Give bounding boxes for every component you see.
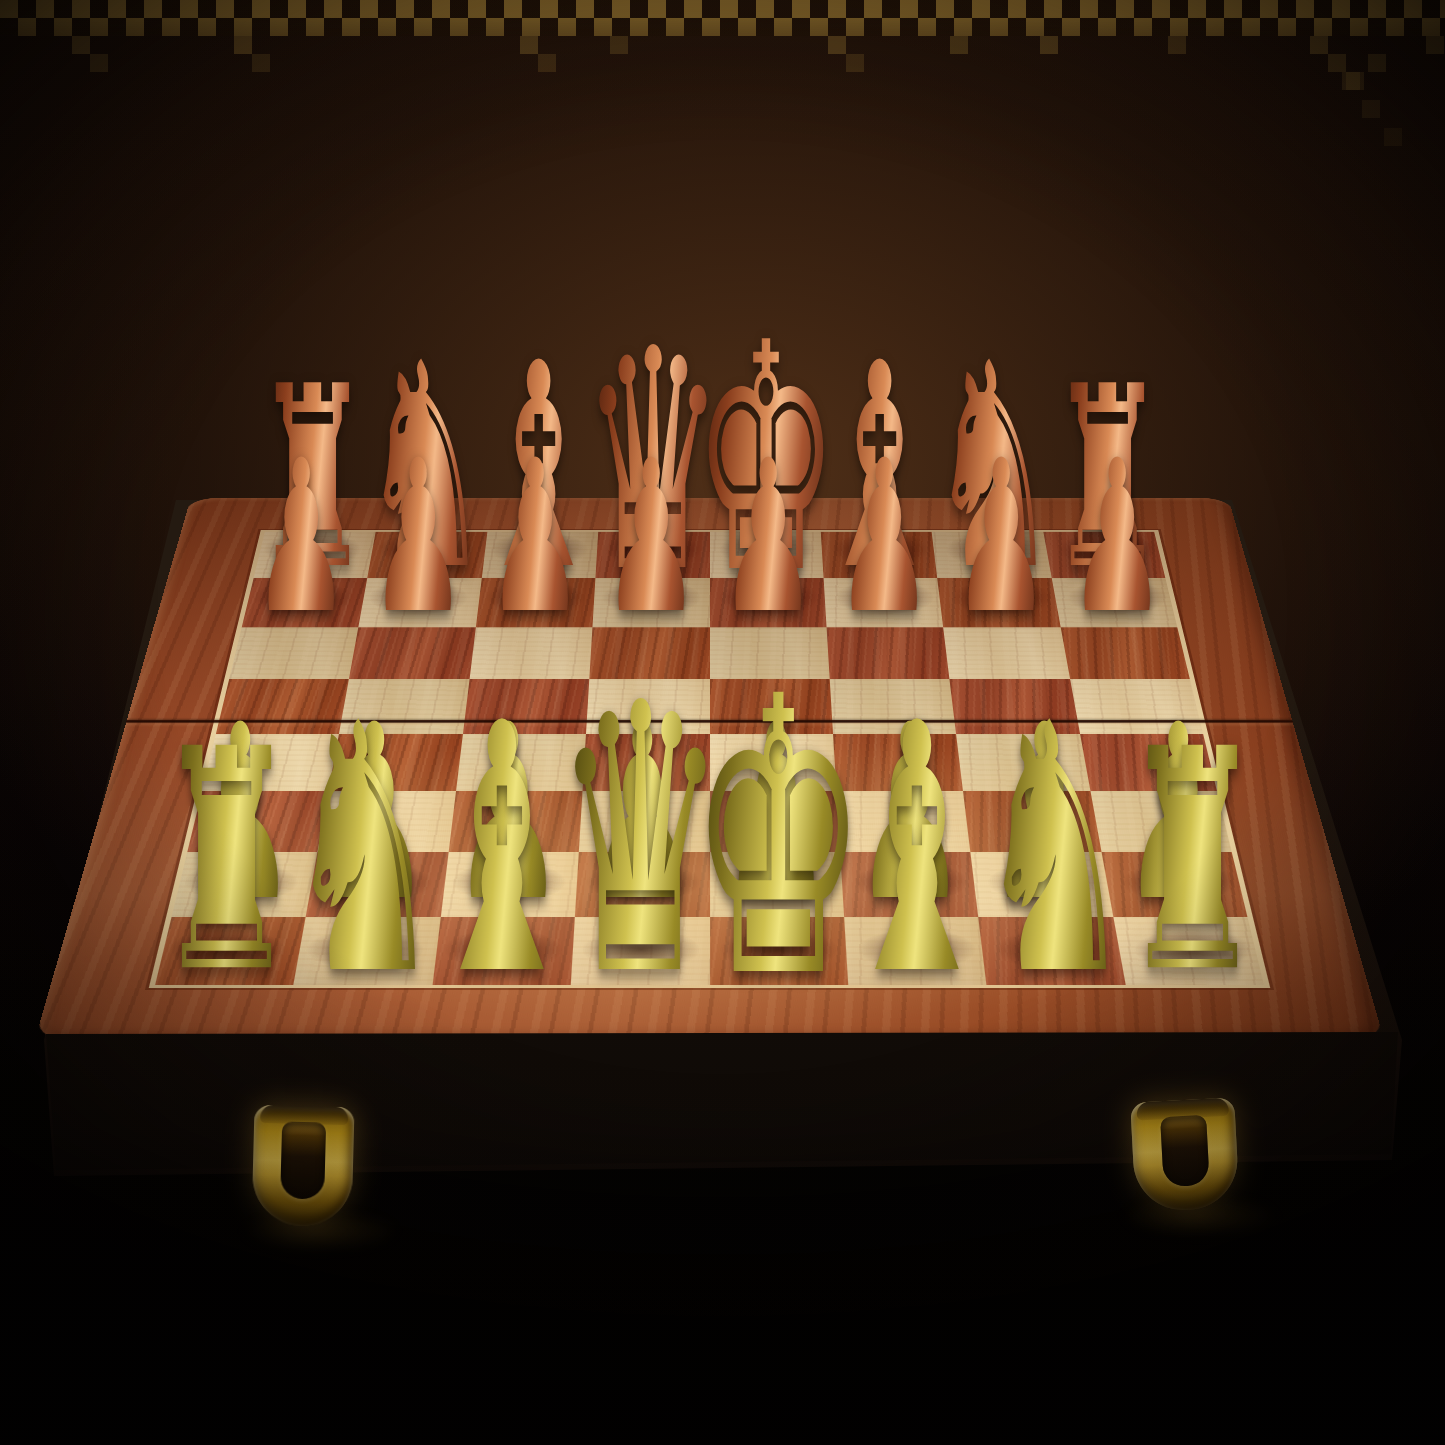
square-e1[interactable]	[710, 917, 849, 986]
pixel-decoration	[950, 36, 968, 54]
square-e8[interactable]	[710, 532, 824, 579]
pixel-checker-border	[0, 0, 1445, 36]
pixel-decoration	[520, 36, 538, 54]
square-c2[interactable]	[441, 852, 579, 917]
square-c4[interactable]	[456, 734, 586, 792]
square-h6[interactable]	[1060, 627, 1189, 679]
square-h7[interactable]	[1051, 578, 1177, 627]
pixel-decoration	[1342, 72, 1360, 90]
chessboard	[35, 498, 1384, 1040]
square-c5[interactable]	[463, 679, 590, 734]
square-d3[interactable]	[579, 791, 710, 852]
pixel-decoration	[1362, 100, 1380, 118]
square-d1[interactable]	[571, 917, 710, 986]
square-d2[interactable]	[575, 852, 709, 917]
gold-clasp-left	[251, 1105, 354, 1228]
square-h2[interactable]	[1101, 852, 1247, 917]
square-f4[interactable]	[833, 734, 963, 792]
square-c6[interactable]	[469, 627, 592, 679]
square-e6[interactable]	[710, 627, 830, 679]
square-e7[interactable]	[710, 578, 827, 627]
square-f8[interactable]	[821, 532, 938, 579]
square-b2[interactable]	[306, 852, 448, 917]
pixel-decoration	[1384, 128, 1402, 146]
pixel-decoration	[610, 36, 628, 54]
square-h4[interactable]	[1080, 734, 1217, 792]
square-a7[interactable]	[242, 578, 368, 627]
pixel-decoration	[1426, 36, 1444, 54]
clasp-slot	[280, 1121, 326, 1199]
square-d8[interactable]	[596, 532, 710, 579]
square-f6[interactable]	[826, 627, 949, 679]
square-a6[interactable]	[229, 627, 358, 679]
square-d7[interactable]	[593, 578, 710, 627]
square-b5[interactable]	[339, 679, 469, 734]
square-b6[interactable]	[349, 627, 475, 679]
square-c1[interactable]	[432, 917, 575, 986]
square-a5[interactable]	[216, 679, 349, 734]
pixel-decoration	[846, 54, 864, 72]
square-a3[interactable]	[187, 791, 329, 852]
square-d6[interactable]	[589, 627, 709, 679]
square-c8[interactable]	[482, 532, 599, 579]
playing-area	[149, 530, 1271, 988]
square-f1[interactable]	[844, 917, 987, 986]
pixel-decoration	[1328, 54, 1346, 72]
square-a4[interactable]	[202, 734, 339, 792]
square-a1[interactable]	[155, 917, 306, 986]
square-h8[interactable]	[1043, 532, 1165, 579]
square-b1[interactable]	[294, 917, 441, 986]
square-f3[interactable]	[836, 791, 970, 852]
clasp-lip	[260, 1105, 348, 1125]
pixel-decoration	[252, 54, 270, 72]
square-b4[interactable]	[329, 734, 463, 792]
square-g7[interactable]	[937, 578, 1060, 627]
square-a8[interactable]	[254, 532, 376, 579]
square-f2[interactable]	[840, 852, 978, 917]
fold-seam	[126, 720, 1293, 723]
square-b3[interactable]	[318, 791, 456, 852]
clasp-slot	[1160, 1115, 1209, 1188]
square-g5[interactable]	[950, 679, 1080, 734]
square-d5[interactable]	[586, 679, 709, 734]
pixel-decoration	[1040, 36, 1058, 54]
square-g2[interactable]	[971, 852, 1113, 917]
square-f7[interactable]	[823, 578, 943, 627]
pixel-decoration	[828, 36, 846, 54]
square-g3[interactable]	[963, 791, 1101, 852]
square-g8[interactable]	[932, 532, 1052, 579]
pixel-decoration	[1368, 54, 1386, 72]
square-c7[interactable]	[476, 578, 596, 627]
pixel-decoration	[1310, 36, 1328, 54]
square-b7[interactable]	[359, 578, 482, 627]
product-photo-scene: ♜♞♝♛♚♝♞♜♟♟♟♟♟♟♟♟♟♟♟♟♟♟♟♟♜♞♝♛♚♝♞♜	[0, 0, 1445, 1445]
pixel-decoration	[1168, 36, 1186, 54]
square-a2[interactable]	[172, 852, 318, 917]
square-g4[interactable]	[956, 734, 1090, 792]
square-d4[interactable]	[583, 734, 710, 792]
square-c3[interactable]	[448, 791, 582, 852]
square-e3[interactable]	[710, 791, 841, 852]
gold-clasp-right	[1130, 1097, 1240, 1212]
square-h1[interactable]	[1113, 917, 1264, 986]
square-b8[interactable]	[368, 532, 488, 579]
square-e4[interactable]	[710, 734, 837, 792]
pixel-decoration	[234, 36, 252, 54]
square-g1[interactable]	[978, 917, 1125, 986]
square-g6[interactable]	[943, 627, 1069, 679]
square-e2[interactable]	[710, 852, 844, 917]
square-e5[interactable]	[710, 679, 833, 734]
square-h3[interactable]	[1090, 791, 1232, 852]
square-f5[interactable]	[830, 679, 957, 734]
pixel-decoration	[90, 54, 108, 72]
pixel-decoration	[72, 36, 90, 54]
square-h5[interactable]	[1070, 679, 1203, 734]
pixel-decoration	[538, 54, 556, 72]
